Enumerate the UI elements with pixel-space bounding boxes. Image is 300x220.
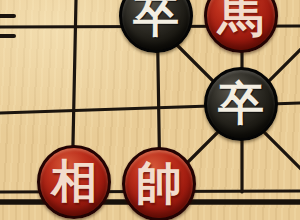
piece-red-elephant-c1-label: 相 <box>51 158 97 204</box>
xiangqi-board[interactable]: 卒 馬 卒 相 帥 <box>0 0 300 220</box>
piece-black-soldier-d3-label: 卒 <box>133 0 179 38</box>
piece-black-soldier-e2[interactable]: 卒 <box>204 67 278 141</box>
piece-black-soldier-e2-label: 卒 <box>218 80 264 126</box>
piece-red-elephant-c1[interactable]: 相 <box>37 145 111 219</box>
piece-red-general-d1-label: 帥 <box>136 160 182 206</box>
piece-red-horse-e3-label: 馬 <box>218 0 264 38</box>
piece-red-general-d1[interactable]: 帥 <box>122 147 196 220</box>
